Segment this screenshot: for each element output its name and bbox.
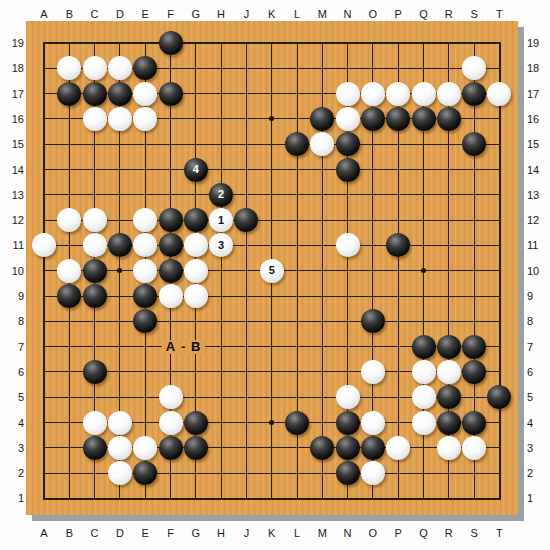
white-stone-move-1[interactable]: 1 <box>209 208 233 232</box>
white-stone[interactable] <box>361 411 385 435</box>
column-label-bottom: P <box>390 527 406 539</box>
white-stone[interactable] <box>336 82 360 106</box>
black-stone[interactable] <box>336 461 360 485</box>
white-stone[interactable] <box>437 436 461 460</box>
row-label-right: 3 <box>527 442 549 454</box>
white-stone[interactable] <box>361 360 385 384</box>
white-stone[interactable] <box>386 436 410 460</box>
column-label-bottom: M <box>314 527 330 539</box>
point-label-B: B <box>187 340 205 354</box>
column-label-top: H <box>213 8 229 20</box>
row-label-left: 3 <box>2 442 24 454</box>
black-stone[interactable] <box>83 436 107 460</box>
row-label-left: 9 <box>2 290 24 302</box>
row-label-right: 12 <box>527 214 549 226</box>
black-stone[interactable] <box>159 233 183 257</box>
row-label-left: 18 <box>2 62 24 74</box>
row-label-right: 9 <box>527 290 549 302</box>
column-label-top: N <box>340 8 356 20</box>
white-stone[interactable] <box>412 82 436 106</box>
board-grid-line-horizontal <box>44 321 499 322</box>
white-stone[interactable] <box>159 411 183 435</box>
row-label-left: 7 <box>2 341 24 353</box>
black-stone[interactable] <box>310 436 334 460</box>
column-label-bottom: K <box>264 527 280 539</box>
white-stone[interactable] <box>133 436 157 460</box>
white-stone[interactable] <box>83 107 107 131</box>
column-label-top: R <box>441 8 457 20</box>
row-label-right: 14 <box>527 164 549 176</box>
row-label-right: 16 <box>527 113 549 125</box>
white-stone[interactable] <box>437 360 461 384</box>
black-stone[interactable] <box>462 411 486 435</box>
black-stone[interactable] <box>437 107 461 131</box>
row-label-right: 13 <box>527 189 549 201</box>
black-stone[interactable] <box>108 82 132 106</box>
black-stone[interactable] <box>462 82 486 106</box>
column-label-top: J <box>238 8 254 20</box>
black-stone[interactable] <box>412 107 436 131</box>
black-stone[interactable] <box>336 132 360 156</box>
column-label-bottom: B <box>61 527 77 539</box>
row-label-left: 1 <box>2 492 24 504</box>
white-stone[interactable] <box>83 233 107 257</box>
row-label-left: 15 <box>2 138 24 150</box>
black-stone[interactable] <box>184 411 208 435</box>
white-stone[interactable] <box>57 259 81 283</box>
column-label-top: E <box>137 8 153 20</box>
black-stone[interactable] <box>386 107 410 131</box>
row-label-right: 2 <box>527 467 549 479</box>
white-stone[interactable] <box>437 82 461 106</box>
row-label-right: 18 <box>527 62 549 74</box>
black-stone[interactable] <box>159 208 183 232</box>
black-stone[interactable] <box>285 411 309 435</box>
black-stone[interactable] <box>57 82 81 106</box>
black-stone[interactable] <box>83 82 107 106</box>
column-label-bottom: H <box>213 527 229 539</box>
white-stone[interactable] <box>184 259 208 283</box>
row-label-right: 10 <box>527 265 549 277</box>
black-stone-move-4[interactable]: 4 <box>184 158 208 182</box>
column-label-bottom: N <box>340 527 356 539</box>
black-stone[interactable] <box>159 82 183 106</box>
row-label-left: 10 <box>2 265 24 277</box>
row-label-left: 4 <box>2 417 24 429</box>
black-stone[interactable] <box>361 107 385 131</box>
row-label-left: 5 <box>2 391 24 403</box>
column-label-bottom: S <box>466 527 482 539</box>
white-stone[interactable] <box>159 385 183 409</box>
row-label-right: 15 <box>527 138 549 150</box>
column-label-bottom: L <box>289 527 305 539</box>
white-stone[interactable] <box>108 107 132 131</box>
black-stone[interactable] <box>184 208 208 232</box>
row-label-left: 14 <box>2 164 24 176</box>
white-stone[interactable] <box>83 208 107 232</box>
column-label-top: S <box>466 8 482 20</box>
column-label-top: M <box>314 8 330 20</box>
column-label-bottom: D <box>112 527 128 539</box>
white-stone[interactable] <box>108 411 132 435</box>
row-label-left: 2 <box>2 467 24 479</box>
white-stone[interactable] <box>487 82 511 106</box>
row-label-right: 17 <box>527 88 549 100</box>
black-stone[interactable] <box>412 335 436 359</box>
black-stone[interactable] <box>336 436 360 460</box>
column-label-top: T <box>491 8 507 20</box>
black-stone[interactable] <box>336 158 360 182</box>
white-stone[interactable] <box>412 411 436 435</box>
black-stone[interactable] <box>462 335 486 359</box>
white-stone[interactable] <box>83 411 107 435</box>
black-stone[interactable] <box>159 436 183 460</box>
white-stone[interactable] <box>108 436 132 460</box>
column-label-bottom: T <box>491 527 507 539</box>
row-label-right: 19 <box>527 37 549 49</box>
white-stone[interactable] <box>133 82 157 106</box>
row-label-left: 6 <box>2 366 24 378</box>
column-label-bottom: C <box>87 527 103 539</box>
black-stone[interactable] <box>83 259 107 283</box>
white-stone[interactable] <box>361 461 385 485</box>
row-label-left: 19 <box>2 37 24 49</box>
white-stone[interactable] <box>336 233 360 257</box>
white-stone[interactable] <box>412 360 436 384</box>
white-stone[interactable] <box>133 107 157 131</box>
column-label-bottom: E <box>137 527 153 539</box>
row-label-right: 7 <box>527 341 549 353</box>
board-grid-line-horizontal <box>44 296 499 297</box>
row-label-right: 5 <box>527 391 549 403</box>
row-label-right: 6 <box>527 366 549 378</box>
black-stone-move-2[interactable]: 2 <box>209 183 233 207</box>
white-stone[interactable] <box>184 284 208 308</box>
column-label-top: D <box>112 8 128 20</box>
column-label-bottom: Q <box>416 527 432 539</box>
annotation-dash: - <box>178 340 188 354</box>
black-stone[interactable] <box>159 259 183 283</box>
column-label-bottom: J <box>238 527 254 539</box>
white-stone[interactable] <box>336 107 360 131</box>
white-stone[interactable] <box>361 82 385 106</box>
black-stone[interactable] <box>83 360 107 384</box>
white-stone-move-5[interactable]: 5 <box>260 259 284 283</box>
point-label-A: A <box>162 340 180 354</box>
black-stone[interactable] <box>285 132 309 156</box>
black-stone[interactable] <box>437 385 461 409</box>
white-stone[interactable] <box>83 56 107 80</box>
white-stone[interactable] <box>462 436 486 460</box>
row-label-left: 12 <box>2 214 24 226</box>
black-stone[interactable] <box>83 284 107 308</box>
white-stone[interactable] <box>336 385 360 409</box>
column-label-top: G <box>188 8 204 20</box>
black-stone[interactable] <box>159 31 183 55</box>
row-label-left: 17 <box>2 88 24 100</box>
row-label-right: 4 <box>527 417 549 429</box>
column-label-bottom: A <box>36 527 52 539</box>
row-label-left: 11 <box>2 239 24 251</box>
row-label-left: 16 <box>2 113 24 125</box>
black-stone[interactable] <box>133 284 157 308</box>
white-stone[interactable] <box>412 385 436 409</box>
column-label-bottom: O <box>365 527 381 539</box>
white-stone[interactable] <box>159 284 183 308</box>
black-stone[interactable] <box>437 411 461 435</box>
white-stone[interactable] <box>108 461 132 485</box>
column-label-top: L <box>289 8 305 20</box>
row-label-right: 11 <box>527 239 549 251</box>
column-label-top: K <box>264 8 280 20</box>
black-stone[interactable] <box>336 411 360 435</box>
go-diagram-root: AABBCCDDEEFFGGHHJJKKLLMMNNOOPPQQRRSSTT19… <box>0 0 550 550</box>
column-label-top: P <box>390 8 406 20</box>
column-label-top: F <box>163 8 179 20</box>
column-label-top: B <box>61 8 77 20</box>
column-label-bottom: F <box>163 527 179 539</box>
black-stone[interactable] <box>437 335 461 359</box>
column-label-top: C <box>87 8 103 20</box>
black-stone[interactable] <box>184 436 208 460</box>
column-label-bottom: R <box>441 527 457 539</box>
row-label-left: 8 <box>2 315 24 327</box>
column-label-bottom: G <box>188 527 204 539</box>
white-stone[interactable] <box>386 82 410 106</box>
black-stone[interactable] <box>462 360 486 384</box>
column-label-top: O <box>365 8 381 20</box>
white-stone[interactable] <box>133 259 157 283</box>
row-label-right: 8 <box>527 315 549 327</box>
row-label-right: 1 <box>527 492 549 504</box>
column-label-top: A <box>36 8 52 20</box>
black-stone[interactable] <box>361 436 385 460</box>
column-label-top: Q <box>416 8 432 20</box>
row-label-left: 13 <box>2 189 24 201</box>
